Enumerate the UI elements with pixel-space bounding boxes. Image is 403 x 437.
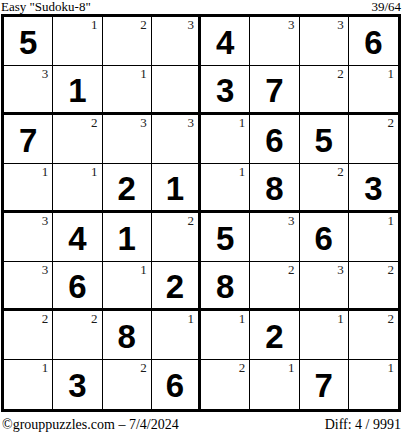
cell-r1c2[interactable]: 1 <box>53 17 102 66</box>
cell-r3c3[interactable]: 3 <box>103 115 152 164</box>
given-digit: 1 <box>166 172 184 205</box>
given-digit: 3 <box>68 369 86 402</box>
cell-r6c1[interactable]: 3 <box>4 262 53 311</box>
puzzle-title: Easy "Sudoku-8" <box>1 0 91 14</box>
cell-r6c3[interactable]: 1 <box>103 262 152 311</box>
cell-r1c5[interactable]: 4 <box>201 17 250 66</box>
cell-r3c4[interactable]: 3 <box>152 115 201 164</box>
given-digit: 1 <box>68 74 86 107</box>
cell-r5c6[interactable]: 3 <box>250 213 299 262</box>
footer-bar: ©grouppuzzles.com – 7/4/2024 Diff: 4 / 9… <box>0 412 403 437</box>
cell-r3c1[interactable]: 7 <box>4 115 53 164</box>
given-digit: 6 <box>68 270 86 303</box>
pencil-mark: 2 <box>337 67 344 80</box>
pencil-mark: 2 <box>388 263 395 276</box>
cell-r6c8[interactable]: 2 <box>349 262 398 311</box>
cell-r5c3[interactable]: 1 <box>103 213 152 262</box>
cell-r3c8[interactable]: 2 <box>349 115 398 164</box>
given-digit: 8 <box>216 270 234 303</box>
pencil-mark: 1 <box>239 116 246 129</box>
pencil-mark: 1 <box>288 361 295 374</box>
cell-r1c3[interactable]: 2 <box>103 17 152 66</box>
pencil-mark: 3 <box>188 116 195 129</box>
given-digit: 6 <box>314 222 332 255</box>
pencil-mark: 3 <box>42 214 49 227</box>
given-digit: 2 <box>117 172 135 205</box>
given-digit: 3 <box>216 74 234 107</box>
pencil-mark: 3 <box>42 263 49 276</box>
pencil-mark: 2 <box>388 116 395 129</box>
cell-r8c8[interactable]: 1 <box>349 360 398 409</box>
cell-r4c7[interactable]: 2 <box>300 164 349 213</box>
cell-r7c1[interactable]: 2 <box>4 311 53 360</box>
cell-r8c7[interactable]: 7 <box>300 360 349 409</box>
header-bar: Easy "Sudoku-8" 39/64 <box>0 0 403 14</box>
pencil-mark: 1 <box>42 361 49 374</box>
cell-r6c4[interactable]: 2 <box>152 262 201 311</box>
cell-r5c5[interactable]: 5 <box>201 213 250 262</box>
pencil-mark: 3 <box>288 214 295 227</box>
cell-r8c6[interactable]: 1 <box>250 360 299 409</box>
given-digit: 7 <box>314 369 332 402</box>
pencil-mark: 1 <box>42 165 49 178</box>
pencil-mark: 2 <box>91 312 98 325</box>
cell-r1c1[interactable]: 5 <box>4 17 53 66</box>
copyright-text: ©grouppuzzles.com – 7/4/2024 <box>2 417 179 433</box>
cell-r3c7[interactable]: 5 <box>300 115 349 164</box>
puzzle-page: Easy "Sudoku-8" 39/64 512343363113721723… <box>0 0 403 437</box>
cell-r3c5[interactable]: 1 <box>201 115 250 164</box>
given-digit: 7 <box>19 124 37 157</box>
cell-r6c2[interactable]: 6 <box>53 262 102 311</box>
given-digit: 5 <box>216 222 234 255</box>
cell-r6c6[interactable]: 2 <box>250 262 299 311</box>
cell-r2c6[interactable]: 7 <box>250 66 299 115</box>
cell-r8c4[interactable]: 6 <box>152 360 201 409</box>
cell-r1c4[interactable]: 3 <box>152 17 201 66</box>
pencil-mark: 1 <box>239 165 246 178</box>
pencil-mark: 1 <box>91 18 98 31</box>
cell-r8c5[interactable]: 2 <box>201 360 250 409</box>
given-digit: 1 <box>117 222 135 255</box>
pencil-mark: 2 <box>239 361 246 374</box>
cell-r2c8[interactable]: 1 <box>349 66 398 115</box>
pencil-mark: 1 <box>188 312 195 325</box>
given-digit: 2 <box>166 270 184 303</box>
cell-r5c4[interactable]: 2 <box>152 213 201 262</box>
cell-r3c2[interactable]: 2 <box>53 115 102 164</box>
cell-r7c7[interactable]: 1 <box>300 311 349 360</box>
given-digit: 4 <box>68 222 86 255</box>
pencil-mark: 1 <box>140 67 147 80</box>
cell-r6c7[interactable]: 3 <box>300 262 349 311</box>
cell-r3c6[interactable]: 6 <box>250 115 299 164</box>
cell-r2c4[interactable] <box>152 66 201 115</box>
pencil-mark: 1 <box>388 361 395 374</box>
cell-r7c8[interactable]: 2 <box>349 311 398 360</box>
given-digit: 2 <box>265 320 283 353</box>
cell-r1c7[interactable]: 3 <box>300 17 349 66</box>
pencil-mark: 2 <box>188 214 195 227</box>
cell-r4c8[interactable]: 3 <box>349 164 398 213</box>
given-digit: 6 <box>364 26 382 59</box>
pencil-mark: 1 <box>388 67 395 80</box>
cell-r2c3[interactable]: 1 <box>103 66 152 115</box>
pencil-mark: 2 <box>140 18 147 31</box>
pencil-mark: 2 <box>337 165 344 178</box>
cell-r8c3[interactable]: 2 <box>103 360 152 409</box>
cell-r2c2[interactable]: 1 <box>53 66 102 115</box>
pencil-mark: 3 <box>337 263 344 276</box>
cell-r4c6[interactable]: 8 <box>250 164 299 213</box>
given-digit: 5 <box>314 124 332 157</box>
cell-r5c2[interactable]: 4 <box>53 213 102 262</box>
cell-r2c5[interactable]: 3 <box>201 66 250 115</box>
pencil-mark: 2 <box>388 312 395 325</box>
sudoku-board: 5123433631137217233165211211823341253613… <box>1 14 401 412</box>
pencil-mark: 3 <box>42 67 49 80</box>
cell-r4c4[interactable]: 1 <box>152 164 201 213</box>
cell-r1c8[interactable]: 6 <box>349 17 398 66</box>
cell-r7c2[interactable]: 2 <box>53 311 102 360</box>
cell-r8c1[interactable]: 1 <box>4 360 53 409</box>
pencil-mark: 1 <box>239 312 246 325</box>
given-digit: 6 <box>265 124 283 157</box>
given-digit: 3 <box>364 172 382 205</box>
pencil-mark: 3 <box>188 18 195 31</box>
cell-r2c7[interactable]: 2 <box>300 66 349 115</box>
cell-r4c5[interactable]: 1 <box>201 164 250 213</box>
given-digit: 8 <box>265 172 283 205</box>
pencil-mark: 3 <box>337 18 344 31</box>
cell-r5c8[interactable]: 1 <box>349 213 398 262</box>
pencil-mark: 2 <box>42 312 49 325</box>
pencil-mark: 2 <box>288 263 295 276</box>
cell-r7c4[interactable]: 1 <box>152 311 201 360</box>
pencil-mark: 3 <box>288 18 295 31</box>
cell-r4c1[interactable]: 1 <box>4 164 53 213</box>
cell-r8c2[interactable]: 3 <box>53 360 102 409</box>
cell-r5c7[interactable]: 6 <box>300 213 349 262</box>
given-digit: 8 <box>117 320 135 353</box>
cell-r7c3[interactable]: 8 <box>103 311 152 360</box>
cell-r4c3[interactable]: 2 <box>103 164 152 213</box>
pencil-mark: 2 <box>91 116 98 129</box>
pencil-mark: 3 <box>140 116 147 129</box>
given-digit: 7 <box>265 74 283 107</box>
given-digit: 6 <box>166 369 184 402</box>
cell-r2c1[interactable]: 3 <box>4 66 53 115</box>
pencil-mark: 2 <box>140 361 147 374</box>
cell-r4c2[interactable]: 1 <box>53 164 102 213</box>
cell-r7c6[interactable]: 2 <box>250 311 299 360</box>
cell-r5c1[interactable]: 3 <box>4 213 53 262</box>
pencil-mark: 1 <box>140 263 147 276</box>
given-digit: 5 <box>19 26 37 59</box>
progress-counter: 39/64 <box>371 0 401 14</box>
cell-r7c5[interactable]: 1 <box>201 311 250 360</box>
cell-r1c6[interactable]: 3 <box>250 17 299 66</box>
pencil-mark: 1 <box>388 214 395 227</box>
cell-r6c5[interactable]: 8 <box>201 262 250 311</box>
given-digit: 4 <box>216 26 234 59</box>
difficulty-text: Diff: 4 / 9991 <box>325 417 401 433</box>
pencil-mark: 1 <box>337 312 344 325</box>
pencil-mark: 1 <box>91 165 98 178</box>
